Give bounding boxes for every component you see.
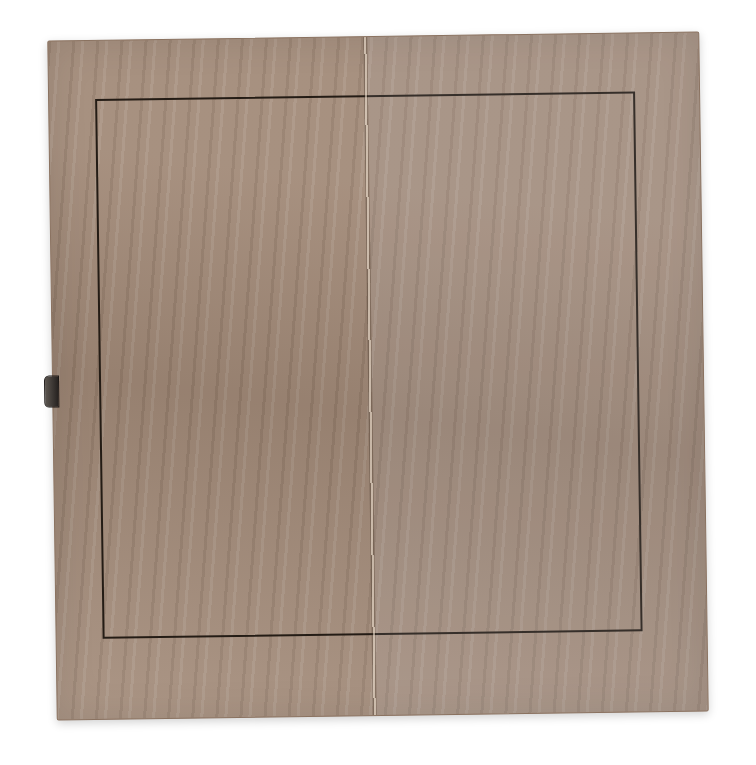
playing-grid xyxy=(95,91,642,638)
chess-board xyxy=(47,31,708,720)
rank-labels-top xyxy=(96,35,633,96)
file-labels-left xyxy=(51,101,100,638)
rank-labels-bottom xyxy=(105,635,642,706)
fold-clasp xyxy=(44,375,59,407)
file-labels-right xyxy=(641,93,702,630)
